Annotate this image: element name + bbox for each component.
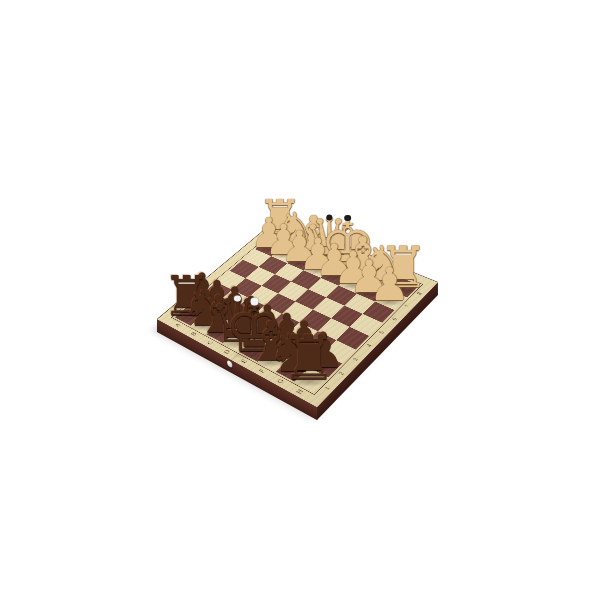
rank-label-6: 6 <box>391 317 399 321</box>
black-finial-dot <box>344 215 351 222</box>
board-grid <box>175 228 419 392</box>
rank-label-2: 2 <box>338 371 346 376</box>
black-finial-dot <box>326 215 332 221</box>
rank-label-1: 1 <box>324 386 332 391</box>
file-label-d: D <box>222 349 231 355</box>
chess-board: ABCDEFGH12345678 <box>157 218 438 407</box>
file-label-h: H <box>295 388 305 395</box>
file-label-a: A <box>174 323 182 329</box>
photo-canvas: ABCDEFGH12345678 ♜♞♝♛♚♝♞♜♟♟♟♟♟♟♟♟♟♟♟♟♟♟♟… <box>0 0 600 600</box>
clasp-pin <box>227 360 232 369</box>
file-label-g: G <box>276 378 285 385</box>
file-label-e: E <box>240 358 248 364</box>
file-label-c: C <box>206 340 214 346</box>
rank-label-5: 5 <box>378 330 386 335</box>
rank-label-4: 4 <box>365 343 373 348</box>
rank-label-7: 7 <box>403 304 410 308</box>
rank-label-8: 8 <box>416 292 423 296</box>
file-label-f: F <box>258 368 266 374</box>
file-label-b: B <box>190 331 198 336</box>
rank-label-3: 3 <box>352 357 360 362</box>
